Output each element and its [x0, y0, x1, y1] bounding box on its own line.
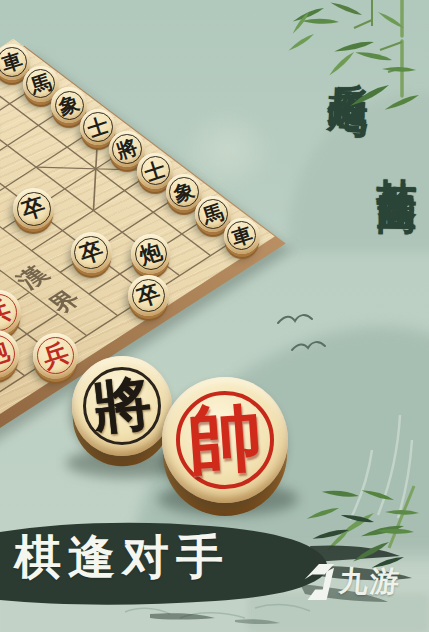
hero-piece-black-general: 將 — [72, 356, 172, 456]
calligraphy-column-right: 技艺盖世间 — [371, 146, 426, 167]
red-general-glyph: 帥 — [158, 373, 292, 507]
bamboo-top-right-icon — [284, 0, 429, 115]
hero-piece-red-general: 帥 — [162, 377, 288, 503]
banner-title: 棋逢对手 — [14, 531, 230, 583]
logo-text: 九游 — [337, 562, 402, 602]
bamboo-leaves-over-banner-icon — [329, 512, 429, 567]
xiangqi-promo-poster: 兵挺炮鸣 技艺盖世间 楚 — [0, 0, 429, 632]
